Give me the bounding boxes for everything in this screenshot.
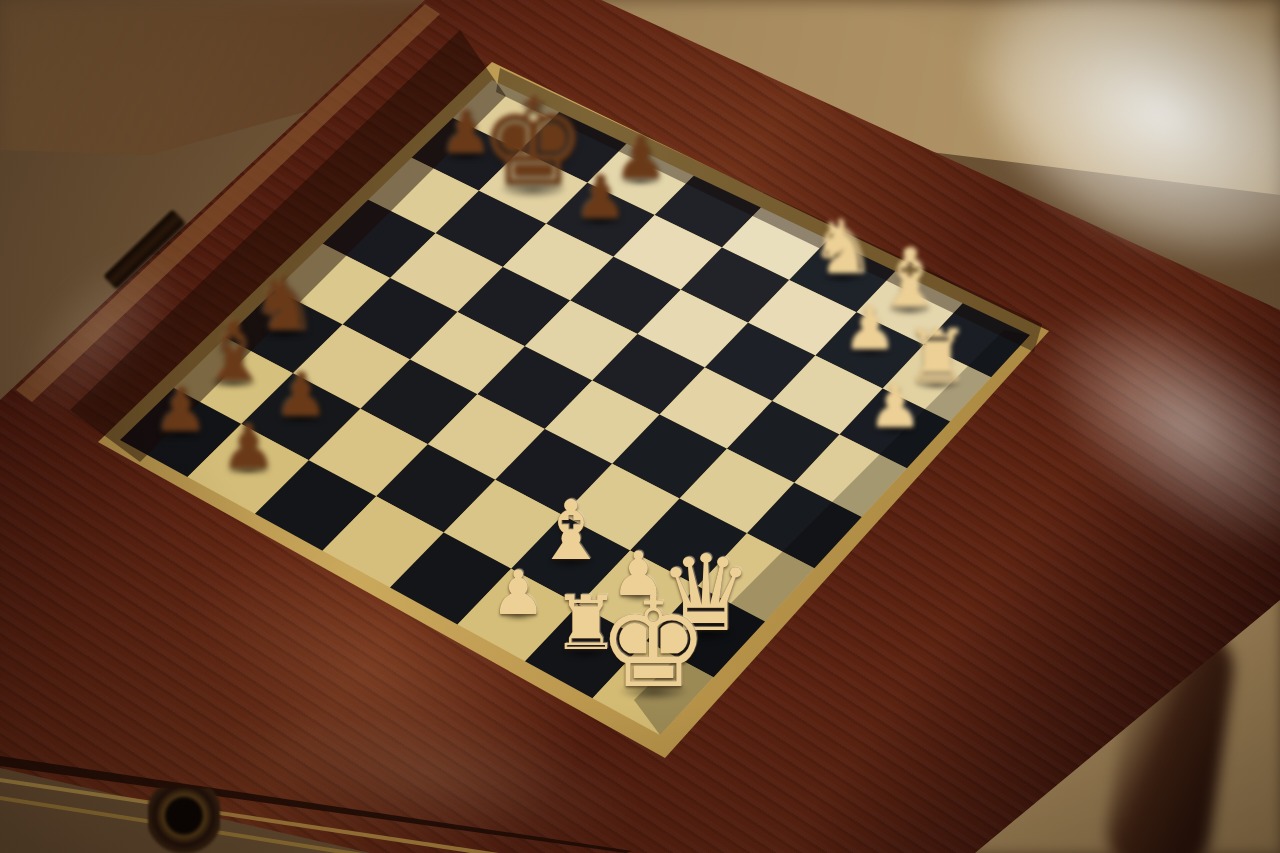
piece-layer: ♟♚♟♟♞♝♟♟♟♞♝♟♜♟♝♟♟♜♛♚ xyxy=(0,0,1280,853)
piece-dark-pawn-c7[interactable]: ♟ xyxy=(571,168,631,228)
piece-light-king-h1[interactable]: ♚ xyxy=(591,581,715,705)
chess-table-photo: Overhead angled photo of a chess games t… xyxy=(0,0,1280,853)
piece-light-pawn-h6[interactable]: ♟ xyxy=(865,376,925,436)
piece-dark-pawn-a1[interactable]: ♟ xyxy=(150,379,211,440)
piece-light-pawn-g7[interactable]: ♟ xyxy=(840,299,900,359)
piece-light-pawn-f1[interactable]: ♟ xyxy=(488,562,549,623)
piece-dark-pawn-b1[interactable]: ♟ xyxy=(218,416,279,477)
piece-dark-pawn-b2[interactable]: ♟ xyxy=(271,364,332,425)
